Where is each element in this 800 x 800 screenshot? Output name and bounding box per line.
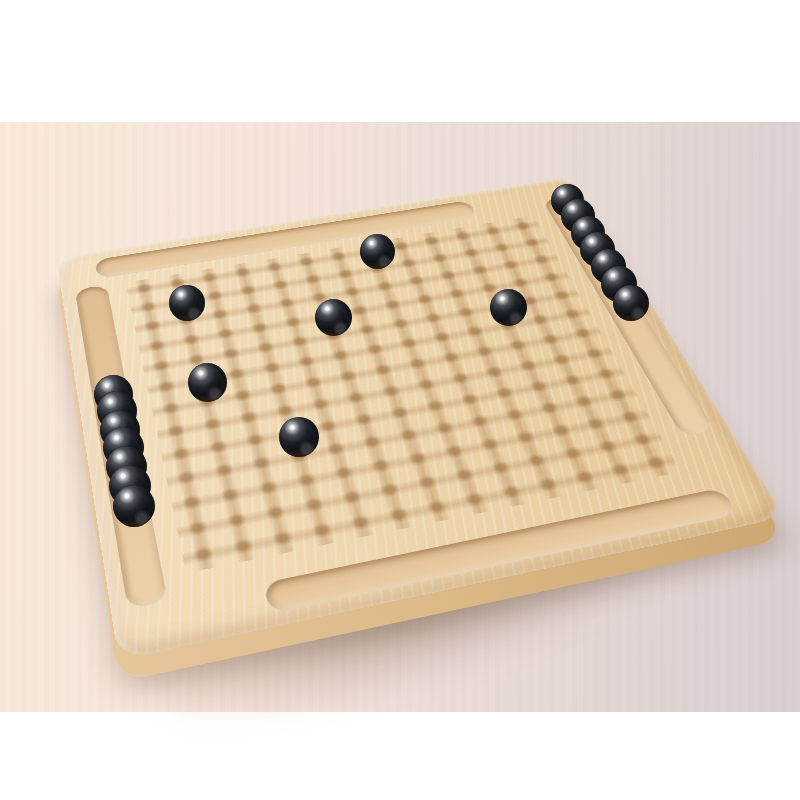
product-photo-scene: ●●●●●●●●●●●●●●●●●●●● <box>0 0 800 800</box>
